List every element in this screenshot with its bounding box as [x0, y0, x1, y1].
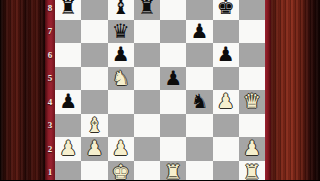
square-d8[interactable]: ♜	[134, 0, 160, 20]
square-g6[interactable]: ♟	[213, 43, 239, 67]
square-b4[interactable]	[81, 90, 107, 114]
piece-white-pawn[interactable]: ♟	[59, 137, 77, 161]
piece-white-knight[interactable]: ♞	[112, 67, 130, 91]
piece-white-king[interactable]: ♚	[112, 161, 130, 181]
square-h8[interactable]	[239, 0, 265, 20]
square-e8[interactable]	[160, 0, 186, 20]
square-e1[interactable]: ♜	[160, 161, 186, 181]
piece-black-pawn[interactable]: ♟	[190, 20, 208, 44]
square-g8[interactable]: ♚	[213, 0, 239, 20]
square-c6[interactable]: ♟	[108, 43, 134, 67]
piece-black-pawn[interactable]: ♟	[59, 90, 77, 114]
square-a8[interactable]: ♜	[55, 0, 81, 20]
chess-board: 8♜♝♜♚7♛♟6♟♟5♞♟4♟♞♟♛3♝2♟♟♟♟1♚♜♜	[45, 0, 265, 180]
piece-black-rook[interactable]: ♜	[59, 0, 77, 20]
square-f1[interactable]	[186, 161, 212, 181]
piece-white-pawn[interactable]: ♟	[243, 137, 261, 161]
square-g5[interactable]	[213, 67, 239, 91]
square-a1[interactable]	[55, 161, 81, 181]
piece-black-king[interactable]: ♚	[217, 0, 235, 20]
square-a6[interactable]	[55, 43, 81, 67]
square-e2[interactable]	[160, 137, 186, 161]
square-d4[interactable]	[134, 90, 160, 114]
square-g2[interactable]	[213, 137, 239, 161]
square-f2[interactable]	[186, 137, 212, 161]
square-f3[interactable]	[186, 114, 212, 138]
piece-black-pawn[interactable]: ♟	[217, 43, 235, 67]
square-b2[interactable]: ♟	[81, 137, 107, 161]
square-f4[interactable]: ♞	[186, 90, 212, 114]
board-right-trim	[265, 0, 271, 180]
square-c5[interactable]: ♞	[108, 67, 134, 91]
square-f7[interactable]: ♟	[186, 20, 212, 44]
piece-black-pawn[interactable]: ♟	[112, 43, 130, 67]
piece-white-queen[interactable]: ♛	[243, 90, 261, 114]
square-f5[interactable]	[186, 67, 212, 91]
piece-black-queen[interactable]: ♛	[112, 20, 130, 44]
square-g1[interactable]	[213, 161, 239, 181]
square-b3[interactable]: ♝	[81, 114, 107, 138]
square-e3[interactable]	[160, 114, 186, 138]
square-h5[interactable]	[239, 67, 265, 91]
square-f6[interactable]	[186, 43, 212, 67]
piece-black-pawn[interactable]: ♟	[164, 67, 182, 91]
square-a2[interactable]: ♟	[55, 137, 81, 161]
square-c1[interactable]: ♚	[108, 161, 134, 181]
piece-white-pawn[interactable]: ♟	[217, 90, 235, 114]
square-b1[interactable]	[81, 161, 107, 181]
square-g4[interactable]: ♟	[213, 90, 239, 114]
piece-white-rook[interactable]: ♜	[164, 161, 182, 181]
square-f8[interactable]	[186, 0, 212, 20]
square-b7[interactable]	[81, 20, 107, 44]
square-e6[interactable]	[160, 43, 186, 67]
square-d6[interactable]	[134, 43, 160, 67]
piece-white-rook[interactable]: ♜	[243, 161, 261, 181]
video-frame: 8♜♝♜♚7♛♟6♟♟5♞♟4♟♞♟♛3♝2♟♟♟♟1♚♜♜	[0, 0, 320, 180]
rank-label-3: 3	[45, 114, 55, 138]
rank-label-6: 6	[45, 43, 55, 67]
square-a3[interactable]	[55, 114, 81, 138]
square-d5[interactable]	[134, 67, 160, 91]
square-c3[interactable]	[108, 114, 134, 138]
square-d7[interactable]	[134, 20, 160, 44]
piece-black-knight[interactable]: ♞	[190, 90, 208, 114]
square-d1[interactable]	[134, 161, 160, 181]
square-g7[interactable]	[213, 20, 239, 44]
square-b6[interactable]	[81, 43, 107, 67]
rank-label-7: 7	[45, 20, 55, 44]
piece-white-pawn[interactable]: ♟	[112, 137, 130, 161]
square-c4[interactable]	[108, 90, 134, 114]
piece-black-rook[interactable]: ♜	[138, 0, 156, 20]
square-h6[interactable]	[239, 43, 265, 67]
rank-label-5: 5	[45, 67, 55, 91]
square-b8[interactable]	[81, 0, 107, 20]
piece-white-pawn[interactable]: ♟	[85, 137, 103, 161]
square-e5[interactable]: ♟	[160, 67, 186, 91]
square-b5[interactable]	[81, 67, 107, 91]
square-d3[interactable]	[134, 114, 160, 138]
piece-black-bishop[interactable]: ♝	[112, 0, 130, 20]
rank-label-8: 8	[45, 0, 55, 20]
piece-white-bishop[interactable]: ♝	[85, 114, 103, 138]
square-e7[interactable]	[160, 20, 186, 44]
square-h2[interactable]: ♟	[239, 137, 265, 161]
square-c7[interactable]: ♛	[108, 20, 134, 44]
square-h1[interactable]: ♜	[239, 161, 265, 181]
rank-label-2: 2	[45, 137, 55, 161]
rank-label-4: 4	[45, 90, 55, 114]
square-c2[interactable]: ♟	[108, 137, 134, 161]
square-a5[interactable]	[55, 67, 81, 91]
square-h4[interactable]: ♛	[239, 90, 265, 114]
square-g3[interactable]	[213, 114, 239, 138]
square-a7[interactable]	[55, 20, 81, 44]
square-c8[interactable]: ♝	[108, 0, 134, 20]
square-h7[interactable]	[239, 20, 265, 44]
square-a4[interactable]: ♟	[55, 90, 81, 114]
square-e4[interactable]	[160, 90, 186, 114]
square-d2[interactable]	[134, 137, 160, 161]
square-h3[interactable]	[239, 114, 265, 138]
rank-label-1: 1	[45, 161, 55, 181]
